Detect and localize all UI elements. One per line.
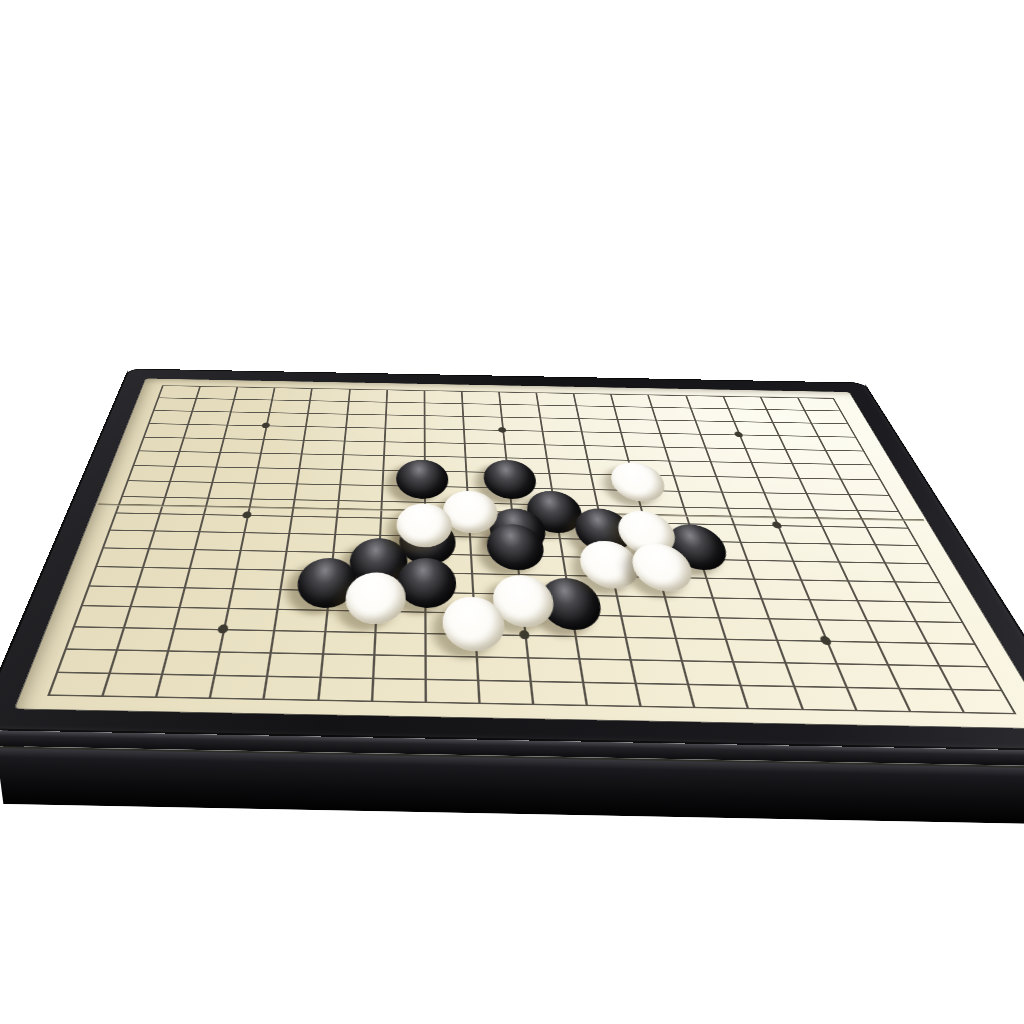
star-point [818,636,832,645]
stones-layer [47,385,1017,714]
star-point [498,427,507,433]
go-board [0,369,1024,752]
board-frame [0,369,1024,752]
black-stone [395,459,448,499]
star-point [733,431,743,437]
black-stone [482,460,538,500]
star-point [242,511,252,518]
go-board-scene [0,0,1024,1024]
star-point [519,630,530,639]
board-playing-surface [15,379,1024,729]
star-point [262,422,271,428]
white-stone [607,462,670,502]
product-photo-page [0,0,1024,1024]
star-point [771,521,783,528]
star-point [217,625,229,634]
